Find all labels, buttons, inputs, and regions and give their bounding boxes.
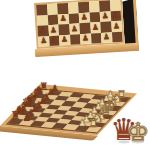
magnetic-piece: ♟ (50, 26, 58, 34)
magnetic-piece: ♟ (50, 36, 58, 44)
folded-standing-board: ♟♟♟♟♟♟♟♟♟♟♟♟♟♟ (34, 0, 142, 65)
back-board-square: ♟ (69, 23, 80, 34)
magnetic-piece: ♟ (40, 37, 48, 45)
back-board-square: ♟ (101, 32, 112, 43)
back-board-square: ♟ (111, 21, 122, 32)
magnetic-piece: ♟ (113, 22, 121, 30)
back-board-square (37, 15, 48, 26)
back-board-square (109, 0, 120, 11)
dark-pawn: ♟ (23, 113, 32, 123)
back-board-square: ♟ (38, 36, 49, 47)
back-board-square (47, 4, 58, 15)
magnetic-piece: ♟ (103, 33, 111, 41)
magnetic-piece: ♟ (101, 12, 109, 20)
back-board-square: ♟ (90, 22, 101, 33)
back-board-square (99, 0, 110, 11)
magnetic-piece: ♟ (112, 12, 120, 20)
back-board-square: ♟ (37, 25, 48, 36)
folded-board-checker-face: ♟♟♟♟♟♟♟♟♟♟♟♟♟♟ (34, 0, 125, 49)
back-board-square: ♟ (58, 13, 69, 24)
back-board-square (36, 4, 47, 15)
back-board-square: ♟ (79, 12, 90, 23)
magnetic-piece: ♟ (59, 15, 67, 23)
back-board-square (57, 3, 68, 14)
back-board-square: ♟ (110, 10, 121, 21)
back-board-square (79, 23, 90, 34)
back-board-square: ♟ (80, 33, 91, 44)
back-board-square (68, 2, 79, 13)
chess-set-product-photo: ♟♟♟♟♟♟♟♟♟♟♟♟♟♟ ♜♞♝♛♚♝♞♜♟♟♟♟♟♟♟♟♟♟♟♟♟♟♟♟♜… (0, 0, 150, 150)
back-board-square (78, 2, 89, 13)
back-board-square: ♟ (49, 35, 60, 46)
back-board-square (47, 14, 58, 25)
back-board-square (58, 24, 69, 35)
magnetic-piece: ♟ (71, 25, 79, 33)
magnetic-piece: ♟ (80, 14, 88, 22)
dark-rook: ♜ (11, 110, 21, 121)
back-board-square (100, 21, 111, 32)
display-piece-light-king: ♚ (126, 119, 149, 145)
magnetic-piece: ♟ (39, 27, 47, 35)
back-board-square (111, 31, 122, 42)
back-board-square (90, 32, 101, 43)
back-board-square: ♟ (100, 11, 111, 22)
back-board-square: ♟ (48, 25, 59, 36)
back-board-square (89, 1, 100, 12)
light-rook: ♜ (89, 118, 99, 129)
magnetic-piece: ♟ (82, 35, 90, 43)
back-board-square: ♟ (59, 34, 70, 45)
back-board-square (89, 12, 100, 23)
magnetic-piece: ♟ (61, 36, 69, 44)
back-board-square (69, 34, 80, 45)
light-pawn: ♟ (78, 118, 87, 128)
magnetic-piece: ♟ (92, 23, 100, 31)
back-board-square (68, 13, 79, 24)
